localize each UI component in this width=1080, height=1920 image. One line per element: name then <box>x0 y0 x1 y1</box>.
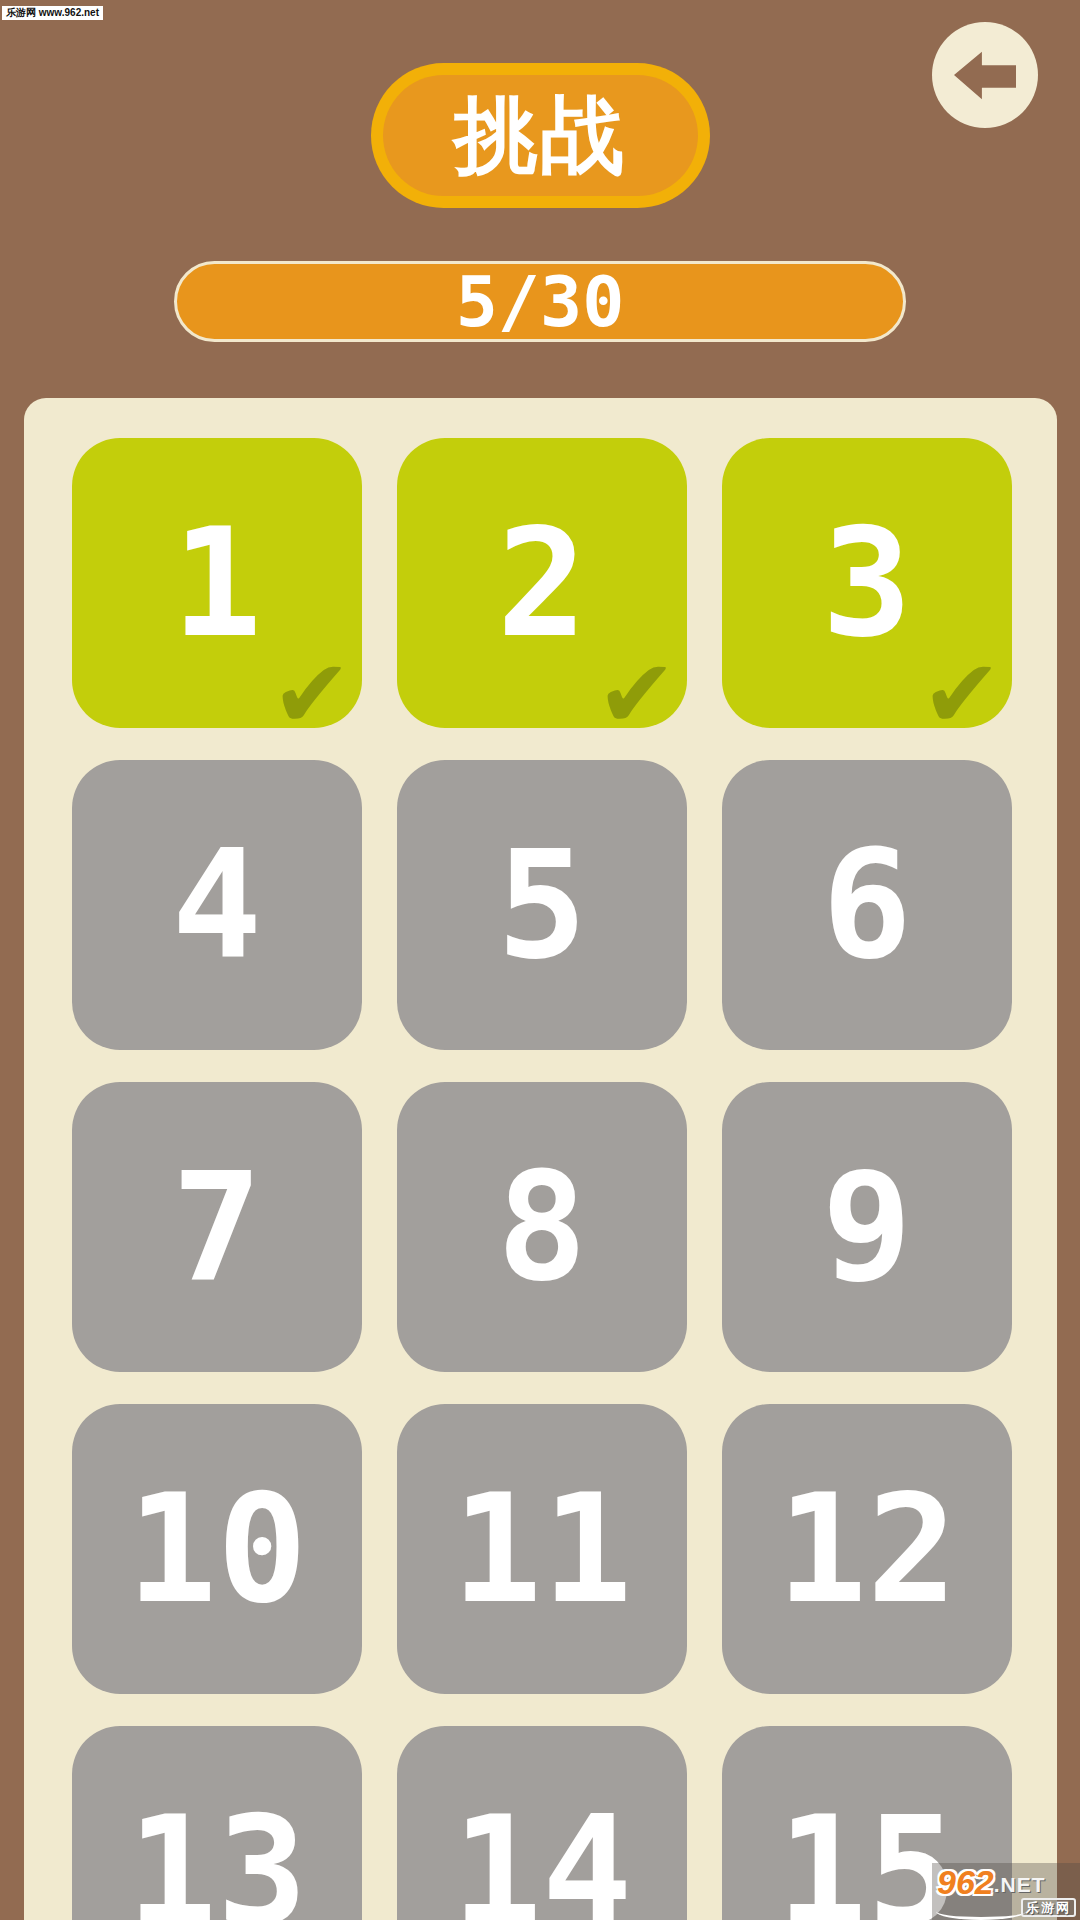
level-tile-3[interactable]: 3✔ <box>722 438 1012 728</box>
watermark-net-text: .NET <box>994 1870 1046 1900</box>
level-number: 9 <box>822 1152 912 1302</box>
level-tile-11[interactable]: 11 <box>397 1404 687 1694</box>
level-number: 15 <box>777 1796 958 1920</box>
level-tile-9[interactable]: 9 <box>722 1082 1012 1372</box>
level-number: 14 <box>452 1796 633 1920</box>
level-tile-8[interactable]: 8 <box>397 1082 687 1372</box>
watermark-swoosh-icon <box>936 1903 1026 1920</box>
watermark-top-left: 乐游网 www.962.net <box>2 6 103 20</box>
level-number: 1 <box>172 508 262 658</box>
level-grid: 1✔2✔3✔456789101112131415 <box>24 398 1057 1920</box>
level-number: 5 <box>497 830 587 980</box>
level-number: 2 <box>497 508 587 658</box>
challenge-title-label: 挑战 <box>371 63 710 208</box>
level-number: 11 <box>452 1474 633 1624</box>
level-tile-2[interactable]: 2✔ <box>397 438 687 728</box>
check-icon: ✔ <box>272 646 352 742</box>
level-tile-7[interactable]: 7 <box>72 1082 362 1372</box>
watermark-962-row: 962 .NET <box>937 1864 1046 1900</box>
level-number: 4 <box>172 830 262 980</box>
challenge-title-pill: 挑战 <box>371 63 710 208</box>
progress-pill: 5/30 <box>174 261 906 342</box>
progress-label: 5/30 <box>456 261 625 343</box>
level-number: 6 <box>822 830 912 980</box>
level-panel: 1✔2✔3✔456789101112131415 <box>24 398 1057 1920</box>
level-number: 3 <box>822 508 912 658</box>
level-number: 8 <box>497 1152 587 1302</box>
watermark-962-text: 962 <box>937 1864 994 1900</box>
level-tile-5[interactable]: 5 <box>397 760 687 1050</box>
back-arrow-icon <box>954 46 1016 104</box>
level-tile-13[interactable]: 13 <box>72 1726 362 1920</box>
back-button[interactable] <box>932 22 1038 128</box>
check-icon: ✔ <box>597 646 677 742</box>
level-tile-6[interactable]: 6 <box>722 760 1012 1050</box>
level-tile-4[interactable]: 4 <box>72 760 362 1050</box>
watermark-bottom-right: 962 .NET 乐游网 <box>932 1863 1080 1920</box>
level-number: 7 <box>172 1152 262 1302</box>
level-tile-1[interactable]: 1✔ <box>72 438 362 728</box>
level-number: 12 <box>777 1474 958 1624</box>
level-number: 10 <box>127 1474 308 1624</box>
level-number: 13 <box>127 1796 308 1920</box>
level-tile-14[interactable]: 14 <box>397 1726 687 1920</box>
level-tile-12[interactable]: 12 <box>722 1404 1012 1694</box>
watermark-site-name: 乐游网 <box>1021 1898 1076 1917</box>
check-icon: ✔ <box>922 646 1002 742</box>
level-tile-10[interactable]: 10 <box>72 1404 362 1694</box>
